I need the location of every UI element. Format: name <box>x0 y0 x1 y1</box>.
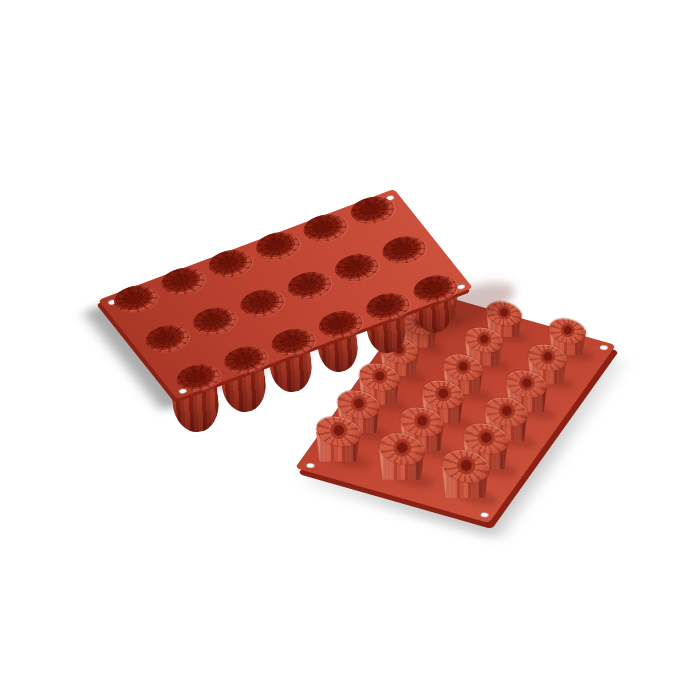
canele-cavity <box>202 245 260 282</box>
canele-cavity <box>107 280 165 317</box>
canele-cavity <box>280 266 338 303</box>
canele-cavity <box>312 306 370 343</box>
canele-cavity <box>233 284 291 321</box>
corner-hole <box>597 344 608 350</box>
corner-hole <box>477 512 488 518</box>
product-photo-scene <box>0 0 700 700</box>
canele-cavity <box>296 209 354 246</box>
canele-cavity <box>328 249 386 286</box>
canele-cavity <box>186 302 244 339</box>
canele-cavity <box>154 263 212 300</box>
corner-hole <box>303 462 314 468</box>
canele-cavity <box>249 227 307 264</box>
canele-cavity <box>138 320 196 357</box>
canele-cavity <box>217 341 275 378</box>
canele-cavity <box>375 231 433 268</box>
canele-cavity <box>264 323 322 360</box>
